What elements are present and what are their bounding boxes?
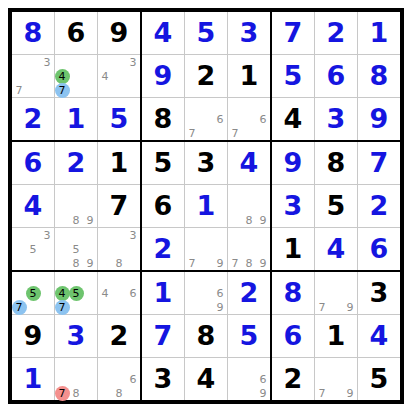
cell-r7c6[interactable]: 2 xyxy=(228,272,270,314)
given-digit: 6 xyxy=(55,12,97,54)
solved-digit: 9 xyxy=(272,142,314,184)
block-3-1: 574574693217868 xyxy=(11,271,141,401)
candidates-grid: 589 xyxy=(55,228,97,270)
candidate[interactable]: 8 xyxy=(69,256,83,270)
cell-r3c7[interactable]: 4 xyxy=(272,98,314,140)
block-1-1: 869374734215 xyxy=(11,11,141,141)
cell-r3c9[interactable]: 9 xyxy=(358,98,400,140)
candidate[interactable]: 9 xyxy=(83,256,97,270)
candidates-grid: 69 xyxy=(228,358,270,400)
candidates-grid: 37 xyxy=(12,55,54,97)
cell-r1c4[interactable]: 4 xyxy=(142,12,184,54)
given-digit: 2 xyxy=(185,55,227,97)
candidates-grid: 67 xyxy=(228,98,270,140)
candidates-grid: 69 xyxy=(185,272,227,314)
solved-digit: 8 xyxy=(12,12,54,54)
candidate[interactable]: 4 xyxy=(98,69,112,83)
cell-r5c3[interactable]: 7 xyxy=(98,185,140,227)
cell-r6c9[interactable]: 6 xyxy=(358,228,400,270)
cell-r4c7[interactable]: 9 xyxy=(272,142,314,184)
given-digit: 9 xyxy=(12,315,54,357)
cell-r1c7[interactable]: 7 xyxy=(272,12,314,54)
cell-r2c9[interactable]: 8 xyxy=(358,55,400,97)
candidate[interactable]: 5 xyxy=(26,242,40,256)
candidate[interactable]: 7 xyxy=(12,83,26,97)
solved-digit: 6 xyxy=(315,55,357,97)
solved-digit: 4 xyxy=(228,142,270,184)
candidate[interactable]: 9 xyxy=(256,256,270,270)
candidate[interactable]: 6 xyxy=(213,112,227,126)
given-digit: 8 xyxy=(315,142,357,184)
cell-r5c8[interactable]: 5 xyxy=(315,185,357,227)
cell-r6c5[interactable]: 79 xyxy=(185,228,227,270)
solved-digit: 1 xyxy=(12,358,54,400)
candidates-grid: 79 xyxy=(315,358,357,400)
given-digit: 5 xyxy=(315,185,357,227)
solved-digit: 3 xyxy=(272,185,314,227)
cell-r8c3[interactable]: 2 xyxy=(98,315,140,357)
cell-r7c2[interactable]: 457 xyxy=(55,272,97,314)
block-2-3: 987352146 xyxy=(271,141,401,271)
candidate[interactable]: 5 xyxy=(69,242,83,256)
solved-digit: 2 xyxy=(55,142,97,184)
sudoku-board: 8693747342154539218676772156843962148973… xyxy=(8,8,404,404)
cell-r6c4[interactable]: 2 xyxy=(142,228,184,270)
solved-digit: 1 xyxy=(185,185,227,227)
cell-r1c9[interactable]: 1 xyxy=(358,12,400,54)
solved-digit: 1 xyxy=(358,12,400,54)
cell-r2c7[interactable]: 5 xyxy=(272,55,314,97)
candidate[interactable]: 9 xyxy=(83,213,97,227)
candidate[interactable]: 7 xyxy=(228,256,242,270)
cell-r4c6[interactable]: 4 xyxy=(228,142,270,184)
solved-digit: 2 xyxy=(142,228,184,270)
candidates-grid: 789 xyxy=(228,228,270,270)
candidates-grid: 34 xyxy=(98,55,140,97)
candidate-marked-blue[interactable]: 7 xyxy=(55,83,70,98)
candidates-grid: 68 xyxy=(98,358,140,400)
cell-r9c9[interactable]: 5 xyxy=(358,358,400,400)
candidate[interactable]: 7 xyxy=(228,126,242,140)
given-digit: 4 xyxy=(272,98,314,140)
cell-r6c2[interactable]: 589 xyxy=(55,228,97,270)
candidate[interactable]: 8 xyxy=(69,386,83,400)
cell-r7c9[interactable]: 3 xyxy=(358,272,400,314)
candidates-grid: 47 xyxy=(55,55,97,97)
given-digit: 7 xyxy=(98,185,140,227)
cell-r4c2[interactable]: 2 xyxy=(55,142,97,184)
cell-r5c2[interactable]: 89 xyxy=(55,185,97,227)
cell-r4c5[interactable]: 3 xyxy=(185,142,227,184)
solved-digit: 2 xyxy=(12,98,54,140)
solved-digit: 3 xyxy=(55,315,97,357)
candidates-grid: 79 xyxy=(185,228,227,270)
solved-digit: 3 xyxy=(315,98,357,140)
candidates-grid: 89 xyxy=(228,185,270,227)
given-digit: 3 xyxy=(185,142,227,184)
cell-r8c9[interactable]: 4 xyxy=(358,315,400,357)
given-digit: 2 xyxy=(98,315,140,357)
solved-digit: 6 xyxy=(12,142,54,184)
block-2-1: 62148973558938 xyxy=(11,141,141,271)
cell-r3c6[interactable]: 67 xyxy=(228,98,270,140)
solved-digit: 8 xyxy=(358,55,400,97)
cell-r9c2[interactable]: 78 xyxy=(55,358,97,400)
candidate[interactable]: 9 xyxy=(213,256,227,270)
cell-r1c1[interactable]: 8 xyxy=(12,12,54,54)
given-digit: 8 xyxy=(185,315,227,357)
block-3-2: 16927853469 xyxy=(141,271,271,401)
cell-r4c1[interactable]: 6 xyxy=(12,142,54,184)
candidate[interactable]: 6 xyxy=(256,112,270,126)
candidate[interactable]: 4 xyxy=(98,286,112,300)
given-digit: 3 xyxy=(358,272,400,314)
solved-digit: 9 xyxy=(142,55,184,97)
cell-r3c1[interactable]: 2 xyxy=(12,98,54,140)
cell-r5c4[interactable]: 6 xyxy=(142,185,184,227)
cell-r6c6[interactable]: 789 xyxy=(228,228,270,270)
cell-r9c5[interactable]: 4 xyxy=(185,358,227,400)
cell-r1c5[interactable]: 5 xyxy=(185,12,227,54)
cell-r7c3[interactable]: 46 xyxy=(98,272,140,314)
candidates-grid: 35 xyxy=(12,228,54,270)
solved-digit: 2 xyxy=(315,12,357,54)
solved-digit: 4 xyxy=(358,315,400,357)
cell-r1c2[interactable]: 6 xyxy=(55,12,97,54)
cell-r8c4[interactable]: 7 xyxy=(142,315,184,357)
cell-r2c1[interactable]: 37 xyxy=(12,55,54,97)
candidate-marked-green[interactable]: 4 xyxy=(55,69,70,84)
cell-r5c6[interactable]: 89 xyxy=(228,185,270,227)
candidates-grid: 38 xyxy=(98,228,140,270)
given-digit: 3 xyxy=(142,358,184,400)
cell-r7c8[interactable]: 79 xyxy=(315,272,357,314)
cell-r8c8[interactable]: 1 xyxy=(315,315,357,357)
candidate-marked-blue[interactable]: 7 xyxy=(55,300,70,315)
candidate-marked-blue[interactable]: 7 xyxy=(12,300,27,315)
given-digit: 1 xyxy=(315,315,357,357)
candidate[interactable]: 3 xyxy=(126,228,140,242)
cell-r3c2[interactable]: 1 xyxy=(55,98,97,140)
cell-r5c5[interactable]: 1 xyxy=(185,185,227,227)
solved-digit: 6 xyxy=(358,228,400,270)
candidate[interactable]: 9 xyxy=(256,213,270,227)
candidate[interactable]: 3 xyxy=(126,55,140,69)
candidate[interactable]: 7 xyxy=(185,256,199,270)
candidate[interactable]: 7 xyxy=(315,300,329,314)
cell-r4c9[interactable]: 7 xyxy=(358,142,400,184)
candidates-grid: 78 xyxy=(55,358,97,400)
cell-r5c9[interactable]: 2 xyxy=(358,185,400,227)
candidate-marked-green[interactable]: 5 xyxy=(69,286,84,301)
candidates-grid: 89 xyxy=(55,185,97,227)
given-digit: 6 xyxy=(142,185,184,227)
candidate[interactable]: 9 xyxy=(343,300,357,314)
solved-digit: 9 xyxy=(358,98,400,140)
given-digit: 2 xyxy=(272,358,314,400)
solved-digit: 8 xyxy=(272,272,314,314)
candidate[interactable]: 6 xyxy=(126,372,140,386)
cell-r3c8[interactable]: 3 xyxy=(315,98,357,140)
solved-digit: 7 xyxy=(358,142,400,184)
solved-digit: 5 xyxy=(272,55,314,97)
candidates-grid: 46 xyxy=(98,272,140,314)
solved-digit: 5 xyxy=(98,98,140,140)
candidate[interactable]: 8 xyxy=(112,256,126,270)
cell-r9c4[interactable]: 3 xyxy=(142,358,184,400)
cell-r8c6[interactable]: 5 xyxy=(228,315,270,357)
candidate[interactable]: 3 xyxy=(40,55,54,69)
cell-r7c7[interactable]: 8 xyxy=(272,272,314,314)
candidate-marked-green[interactable]: 4 xyxy=(55,286,70,301)
solved-digit: 4 xyxy=(12,185,54,227)
given-digit: 1 xyxy=(98,142,140,184)
cell-r6c1[interactable]: 35 xyxy=(12,228,54,270)
cell-r1c8[interactable]: 2 xyxy=(315,12,357,54)
cell-r9c8[interactable]: 79 xyxy=(315,358,357,400)
cell-r5c1[interactable]: 4 xyxy=(12,185,54,227)
solved-digit: 1 xyxy=(142,272,184,314)
given-digit: 1 xyxy=(272,228,314,270)
cell-r1c6[interactable]: 3 xyxy=(228,12,270,54)
solved-digit: 3 xyxy=(228,12,270,54)
solved-digit: 5 xyxy=(228,315,270,357)
cell-r6c7[interactable]: 1 xyxy=(272,228,314,270)
solved-digit: 4 xyxy=(142,12,184,54)
candidate[interactable]: 6 xyxy=(213,286,227,300)
cell-r7c4[interactable]: 1 xyxy=(142,272,184,314)
solved-digit: 2 xyxy=(228,272,270,314)
given-digit: 5 xyxy=(142,142,184,184)
candidate[interactable]: 7 xyxy=(185,126,199,140)
candidate[interactable]: 7 xyxy=(315,386,329,400)
candidate[interactable]: 8 xyxy=(242,256,256,270)
cell-r3c5[interactable]: 67 xyxy=(185,98,227,140)
candidate[interactable]: 8 xyxy=(69,213,83,227)
candidate[interactable]: 9 xyxy=(343,386,357,400)
solved-digit: 7 xyxy=(272,12,314,54)
candidate-marked-green[interactable]: 5 xyxy=(26,286,41,301)
cell-r2c5[interactable]: 2 xyxy=(185,55,227,97)
cell-r8c2[interactable]: 3 xyxy=(55,315,97,357)
cell-r8c1[interactable]: 9 xyxy=(12,315,54,357)
cell-r2c6[interactable]: 1 xyxy=(228,55,270,97)
candidate-marked-red[interactable]: 7 xyxy=(55,386,70,401)
cell-r4c8[interactable]: 8 xyxy=(315,142,357,184)
candidate[interactable]: 8 xyxy=(112,386,126,400)
candidates-grid: 57 xyxy=(12,272,54,314)
given-digit: 8 xyxy=(142,98,184,140)
candidate[interactable]: 6 xyxy=(256,372,270,386)
solved-digit: 2 xyxy=(358,185,400,227)
solved-digit: 6 xyxy=(272,315,314,357)
candidates-grid: 67 xyxy=(185,98,227,140)
block-1-3: 721568439 xyxy=(271,11,401,141)
solved-digit: 7 xyxy=(142,315,184,357)
cell-r8c7[interactable]: 6 xyxy=(272,315,314,357)
cell-r4c3[interactable]: 1 xyxy=(98,142,140,184)
candidate[interactable]: 9 xyxy=(256,386,270,400)
given-digit: 5 xyxy=(358,358,400,400)
cell-r2c8[interactable]: 6 xyxy=(315,55,357,97)
candidates-grid: 79 xyxy=(315,272,357,314)
cell-r3c3[interactable]: 5 xyxy=(98,98,140,140)
given-digit: 9 xyxy=(98,12,140,54)
block-2-2: 5346189279789 xyxy=(141,141,271,271)
cell-r3c4[interactable]: 8 xyxy=(142,98,184,140)
cell-r9c6[interactable]: 69 xyxy=(228,358,270,400)
cell-r4c4[interactable]: 5 xyxy=(142,142,184,184)
cell-r2c4[interactable]: 9 xyxy=(142,55,184,97)
given-digit: 1 xyxy=(228,55,270,97)
solved-digit: 5 xyxy=(185,12,227,54)
solved-digit: 1 xyxy=(55,98,97,140)
cell-r1c3[interactable]: 9 xyxy=(98,12,140,54)
candidate[interactable]: 6 xyxy=(126,286,140,300)
cell-r6c3[interactable]: 38 xyxy=(98,228,140,270)
cell-r9c3[interactable]: 68 xyxy=(98,358,140,400)
cell-r9c7[interactable]: 2 xyxy=(272,358,314,400)
block-1-2: 45392186767 xyxy=(141,11,271,141)
cell-r2c2[interactable]: 47 xyxy=(55,55,97,97)
given-digit: 4 xyxy=(185,358,227,400)
block-3-3: 87936142795 xyxy=(271,271,401,401)
cell-r7c5[interactable]: 69 xyxy=(185,272,227,314)
cell-r6c8[interactable]: 4 xyxy=(315,228,357,270)
cell-r5c7[interactable]: 3 xyxy=(272,185,314,227)
solved-digit: 4 xyxy=(315,228,357,270)
candidate[interactable]: 9 xyxy=(213,300,227,314)
candidates-grid: 457 xyxy=(55,272,97,314)
cell-r7c1[interactable]: 57 xyxy=(12,272,54,314)
candidate[interactable]: 8 xyxy=(242,213,256,227)
candidate[interactable]: 3 xyxy=(40,228,54,242)
cell-r2c3[interactable]: 34 xyxy=(98,55,140,97)
cell-r9c1[interactable]: 1 xyxy=(12,358,54,400)
cell-r8c5[interactable]: 8 xyxy=(185,315,227,357)
